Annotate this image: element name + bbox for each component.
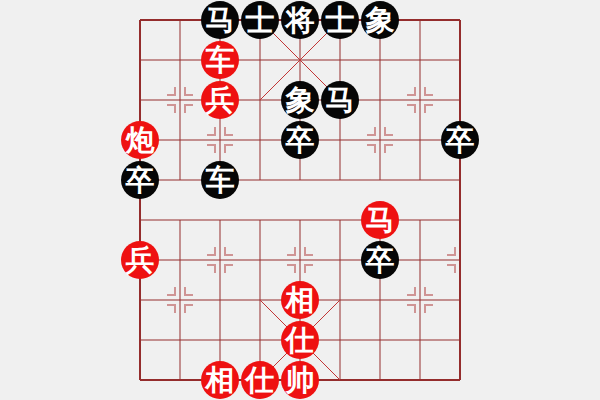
piece-black-advisor[interactable]: 士 (241, 1, 279, 39)
piece-black-soldier[interactable]: 卒 (441, 121, 479, 159)
piece-red-advisor[interactable]: 仕 (281, 321, 319, 359)
piece-black-horse[interactable]: 马 (321, 81, 359, 119)
piece-black-horse[interactable]: 马 (201, 1, 239, 39)
piece-red-elephant[interactable]: 相 (201, 361, 239, 399)
piece-red-elephant[interactable]: 相 (281, 281, 319, 319)
piece-red-chariot[interactable]: 车 (201, 41, 239, 79)
piece-black-chariot[interactable]: 车 (201, 161, 239, 199)
pieces-layer: 马士将士象车兵象马炮卒卒卒车马兵卒相仕相仕帅 (0, 0, 600, 400)
piece-red-general[interactable]: 帅 (281, 361, 319, 399)
piece-red-soldier[interactable]: 兵 (121, 241, 159, 279)
piece-black-elephant[interactable]: 象 (361, 1, 399, 39)
piece-red-soldier[interactable]: 兵 (201, 81, 239, 119)
piece-black-soldier[interactable]: 卒 (121, 161, 159, 199)
piece-black-soldier[interactable]: 卒 (281, 121, 319, 159)
piece-black-general[interactable]: 将 (281, 1, 319, 39)
piece-red-advisor[interactable]: 仕 (241, 361, 279, 399)
xiangqi-board: 马士将士象车兵象马炮卒卒卒车马兵卒相仕相仕帅 (0, 0, 600, 400)
piece-red-cannon[interactable]: 炮 (121, 121, 159, 159)
piece-red-horse[interactable]: 马 (361, 201, 399, 239)
piece-black-advisor[interactable]: 士 (321, 1, 359, 39)
piece-black-soldier[interactable]: 卒 (361, 241, 399, 279)
piece-black-elephant[interactable]: 象 (281, 81, 319, 119)
